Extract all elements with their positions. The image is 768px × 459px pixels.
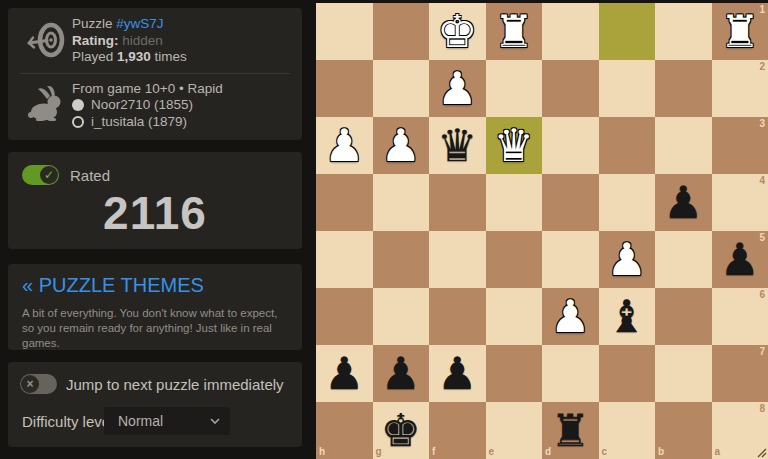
square-d2[interactable] [542, 60, 599, 117]
white-pawn-c5[interactable]: ♟ [599, 231, 656, 288]
square-d5[interactable] [542, 231, 599, 288]
square-d7[interactable] [542, 345, 599, 402]
puzzle-id-link[interactable]: #ywS7J [116, 16, 163, 31]
file-label-f: f [432, 447, 435, 457]
black-pawn-h7[interactable]: ♟ [316, 345, 373, 402]
square-g6[interactable] [373, 288, 430, 345]
square-d1[interactable] [542, 3, 599, 60]
square-a3[interactable]: 3 [712, 117, 768, 174]
square-d6[interactable]: ♟ [542, 288, 599, 345]
square-g1[interactable] [373, 3, 430, 60]
square-g3[interactable]: ♟ [373, 117, 430, 174]
rank-label-4: 4 [759, 176, 765, 186]
square-a1[interactable]: 1♜ [712, 3, 768, 60]
black-pawn-f7[interactable]: ♟ [429, 345, 486, 402]
played-prefix: Played [72, 49, 113, 64]
square-d3[interactable] [542, 117, 599, 174]
difficulty-select[interactable]: Normal [104, 407, 230, 435]
square-e2[interactable] [486, 60, 543, 117]
file-label-e: e [489, 447, 495, 457]
square-h2[interactable] [316, 60, 373, 117]
square-f4[interactable] [429, 174, 486, 231]
square-e3[interactable]: ♛ [486, 117, 543, 174]
black-pawn-a5[interactable]: ♟ [712, 231, 768, 288]
square-e4[interactable] [486, 174, 543, 231]
rating-value: hidden [122, 33, 163, 48]
white-color-icon [72, 99, 84, 111]
jump-next-toggle[interactable]: × [20, 374, 57, 394]
square-c1[interactable] [599, 3, 656, 60]
square-g5[interactable] [373, 231, 430, 288]
square-g2[interactable] [373, 60, 430, 117]
white-rook-e1[interactable]: ♜ [486, 3, 543, 60]
square-f7[interactable]: ♟ [429, 345, 486, 402]
difficulty-label: Difficulty level [22, 413, 113, 430]
square-g4[interactable] [373, 174, 430, 231]
puzzle-title-label: Puzzle [72, 16, 113, 31]
difficulty-value: Normal [118, 413, 163, 429]
x-icon: × [21, 375, 39, 393]
square-c4[interactable] [599, 174, 656, 231]
board-area: ♚♜1♜♟2♟♟♛♛3♟4♟5♟♟♝6♟♟♟7hg♚fed♜cb8a [316, 3, 768, 459]
rank-label-3: 3 [759, 119, 765, 129]
black-color-icon [72, 116, 84, 128]
check-icon: ✓ [40, 166, 58, 184]
square-f6[interactable] [429, 288, 486, 345]
puzzle-target-icon [20, 19, 72, 63]
file-label-h: h [319, 447, 325, 457]
square-b7[interactable] [655, 345, 712, 402]
settings-panel: × Jump to next puzzle immediately Diffic… [8, 362, 302, 447]
rating-panel: ✓ Rated 2116 [8, 152, 302, 249]
rank-label-7: 7 [759, 347, 765, 357]
square-a2[interactable]: 2 [712, 60, 768, 117]
square-c2[interactable] [599, 60, 656, 117]
white-pawn-g3[interactable]: ♟ [373, 117, 430, 174]
square-e6[interactable] [486, 288, 543, 345]
white-pawn-d6[interactable]: ♟ [542, 288, 599, 345]
rapid-rabbit-icon [20, 86, 72, 124]
square-b1[interactable] [655, 3, 712, 60]
rated-label: Rated [70, 167, 110, 184]
white-player-row: Noor2710 (1855) [72, 97, 223, 114]
rank-label-2: 2 [759, 62, 765, 72]
user-puzzle-rating: 2116 [8, 186, 302, 240]
square-a4[interactable]: 4 [712, 174, 768, 231]
puzzle-themes-link[interactable]: « PUZZLE THEMES [22, 274, 288, 297]
file-label-c: c [602, 447, 608, 457]
file-label-b: b [658, 447, 664, 457]
rank-label-8: 8 [759, 404, 765, 414]
square-b5[interactable] [655, 231, 712, 288]
square-h1[interactable] [316, 3, 373, 60]
square-b2[interactable] [655, 60, 712, 117]
white-rook-a1[interactable]: ♜ [712, 3, 768, 60]
jump-next-label: Jump to next puzzle immediately [66, 376, 284, 393]
white-pawn-h3[interactable]: ♟ [316, 117, 373, 174]
square-h8[interactable]: h [316, 402, 373, 459]
square-c8[interactable]: c [599, 402, 656, 459]
square-g7[interactable]: ♟ [373, 345, 430, 402]
square-c3[interactable] [599, 117, 656, 174]
square-e1[interactable]: ♜ [486, 3, 543, 60]
board-resize-handle[interactable] [756, 447, 767, 458]
square-g8[interactable]: g♚ [373, 402, 430, 459]
white-pawn-f2[interactable]: ♟ [429, 60, 486, 117]
played-count: 1,930 [117, 49, 151, 64]
square-b6[interactable] [655, 288, 712, 345]
puzzle-meta-row: Puzzle #ywS7J Rating: hidden Played 1,93… [20, 16, 290, 66]
square-f1[interactable]: ♚ [429, 3, 486, 60]
square-b3[interactable] [655, 117, 712, 174]
chess-board[interactable]: ♚♜1♜♟2♟♟♛♛3♟4♟5♟♟♝6♟♟♟7hg♚fed♜cb8a [316, 3, 768, 459]
white-king-f1[interactable]: ♚ [429, 3, 486, 60]
square-a7[interactable]: 7 [712, 345, 768, 402]
from-game-label: From game 10+0 • Rapid [72, 81, 223, 98]
puzzle-info-panel: Puzzle #ywS7J Rating: hidden Played 1,93… [8, 8, 302, 140]
square-f2[interactable]: ♟ [429, 60, 486, 117]
black-pawn-g7[interactable]: ♟ [373, 345, 430, 402]
square-d4[interactable] [542, 174, 599, 231]
rating-label: Rating: [72, 33, 119, 48]
black-king-g8[interactable]: ♚ [373, 402, 430, 459]
square-h4[interactable] [316, 174, 373, 231]
square-b4[interactable]: ♟ [655, 174, 712, 231]
square-f3[interactable]: ♛ [429, 117, 486, 174]
puzzle-meta-text: Puzzle #ywS7J Rating: hidden Played 1,93… [72, 16, 187, 66]
black-player-name: i_tusitala (1879) [91, 114, 187, 131]
square-h5[interactable] [316, 231, 373, 288]
square-e8[interactable]: e [486, 402, 543, 459]
source-game-row: From game 10+0 • Rapid Noor2710 (1855) i… [20, 81, 290, 131]
file-label-a: a [715, 447, 721, 457]
black-pawn-b4[interactable]: ♟ [655, 174, 712, 231]
square-h6[interactable] [316, 288, 373, 345]
chevron-down-icon [210, 416, 220, 426]
square-c6[interactable]: ♝ [599, 288, 656, 345]
square-a6[interactable]: 6 [712, 288, 768, 345]
square-c5[interactable]: ♟ [599, 231, 656, 288]
square-h3[interactable]: ♟ [316, 117, 373, 174]
puzzle-themes-panel: « PUZZLE THEMES A bit of everything. You… [8, 264, 302, 350]
square-f8[interactable]: f [429, 402, 486, 459]
source-game-text: From game 10+0 • Rapid Noor2710 (1855) i… [72, 81, 223, 131]
black-queen-f3[interactable]: ♛ [429, 117, 486, 174]
lichess-puzzle-page: Puzzle #ywS7J Rating: hidden Played 1,93… [0, 0, 768, 459]
puzzle-themes-description: A bit of everything. You don't know what… [22, 306, 278, 351]
black-rook-d8[interactable]: ♜ [542, 402, 599, 459]
square-h7[interactable]: ♟ [316, 345, 373, 402]
square-a5[interactable]: 5♟ [712, 231, 768, 288]
played-suffix: times [155, 49, 187, 64]
rank-label-6: 6 [759, 290, 765, 300]
square-b8[interactable]: b [655, 402, 712, 459]
panel-divider [20, 73, 290, 74]
square-d8[interactable]: d♜ [542, 402, 599, 459]
white-player-name: Noor2710 (1855) [91, 97, 193, 114]
square-e7[interactable] [486, 345, 543, 402]
square-e5[interactable] [486, 231, 543, 288]
white-queen-e3[interactable]: ♛ [486, 117, 543, 174]
square-f5[interactable] [429, 231, 486, 288]
rated-toggle[interactable]: ✓ [22, 165, 59, 185]
black-player-row: i_tusitala (1879) [72, 114, 223, 131]
square-c7[interactable] [599, 345, 656, 402]
black-bishop-c6[interactable]: ♝ [599, 288, 656, 345]
